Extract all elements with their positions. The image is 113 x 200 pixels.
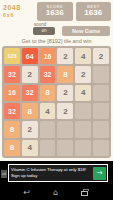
empty-cell <box>57 140 73 156</box>
score-panel: SCORE 1636 BEST 1636 <box>37 2 111 21</box>
empty-cell <box>40 121 56 137</box>
tile-128: 128 <box>4 48 20 64</box>
tile-8: 8 <box>57 66 73 82</box>
sound-toggle-button[interactable]: on <box>33 27 55 35</box>
empty-cell <box>93 140 109 156</box>
logo-subtitle: 6x6 <box>3 13 21 18</box>
tile-4: 4 <box>75 48 91 64</box>
android-nav-bar: ↩ ⌂ <box>0 186 113 199</box>
empty-cell <box>93 85 109 101</box>
tile-4: 4 <box>22 140 38 156</box>
tile-8: 8 <box>40 85 56 101</box>
tile-2: 2 <box>57 85 73 101</box>
tile-2: 2 <box>75 66 91 82</box>
home-icon: ⌂ <box>53 188 58 197</box>
new-game-button[interactable]: New Game <box>62 26 110 36</box>
back-icon: ↩ <box>24 188 31 197</box>
tile-16: 16 <box>40 48 56 64</box>
tile-2: 2 <box>93 48 109 64</box>
tile-32: 32 <box>4 103 20 119</box>
ad-cta-button[interactable]: → <box>93 167 106 180</box>
board-grid[interactable]: 128641624232232821632824328428284 <box>2 46 111 158</box>
tile-4: 4 <box>75 85 91 101</box>
tile-8: 8 <box>4 140 20 156</box>
tile-32: 32 <box>4 66 20 82</box>
tile-16: 16 <box>4 85 20 101</box>
empty-cell <box>93 66 109 82</box>
ad-banner[interactable]: Vitamin C Infusion Therapy at only $18! … <box>8 164 108 182</box>
empty-cell <box>57 121 73 137</box>
goal-instruction: Get to the [8192] tile and win <box>0 38 113 44</box>
tile-64: 64 <box>22 48 38 64</box>
tile-2: 2 <box>22 66 38 82</box>
bottom-bar: ad Vitamin C Infusion Therapy at only $1… <box>0 161 113 200</box>
tile-2: 2 <box>57 48 73 64</box>
ad-choices-marker: ad <box>1 170 7 178</box>
arrow-right-icon: → <box>97 169 103 177</box>
empty-cell <box>75 103 91 119</box>
score-box: SCORE 1636 <box>37 2 73 21</box>
back-button[interactable]: ↩ <box>24 189 31 197</box>
best-box: BEST 1636 <box>76 2 112 21</box>
logo-title: 2048 <box>3 4 21 11</box>
tile-8: 8 <box>4 121 20 137</box>
empty-cell <box>93 103 109 119</box>
tile-8: 8 <box>22 103 38 119</box>
tile-4: 4 <box>40 103 56 119</box>
home-button[interactable]: ⌂ <box>53 189 58 197</box>
score-value: 1636 <box>37 9 73 18</box>
empty-cell <box>75 140 91 156</box>
ad-text: Vitamin C Infusion Therapy at only $18! … <box>9 166 93 180</box>
tile-2: 2 <box>57 103 73 119</box>
tile-32: 32 <box>40 66 56 82</box>
tile-2: 2 <box>22 121 38 137</box>
tile-32: 32 <box>22 85 38 101</box>
app-logo: 2048 6x6 <box>3 4 21 18</box>
empty-cell <box>75 121 91 137</box>
2048-app-screen: { "game": "2048 (6x6 variant)", "positio… <box>0 0 113 200</box>
best-value: 1636 <box>76 9 112 18</box>
recents-button[interactable] <box>81 189 89 196</box>
empty-cell <box>40 140 56 156</box>
empty-cell <box>93 121 109 137</box>
